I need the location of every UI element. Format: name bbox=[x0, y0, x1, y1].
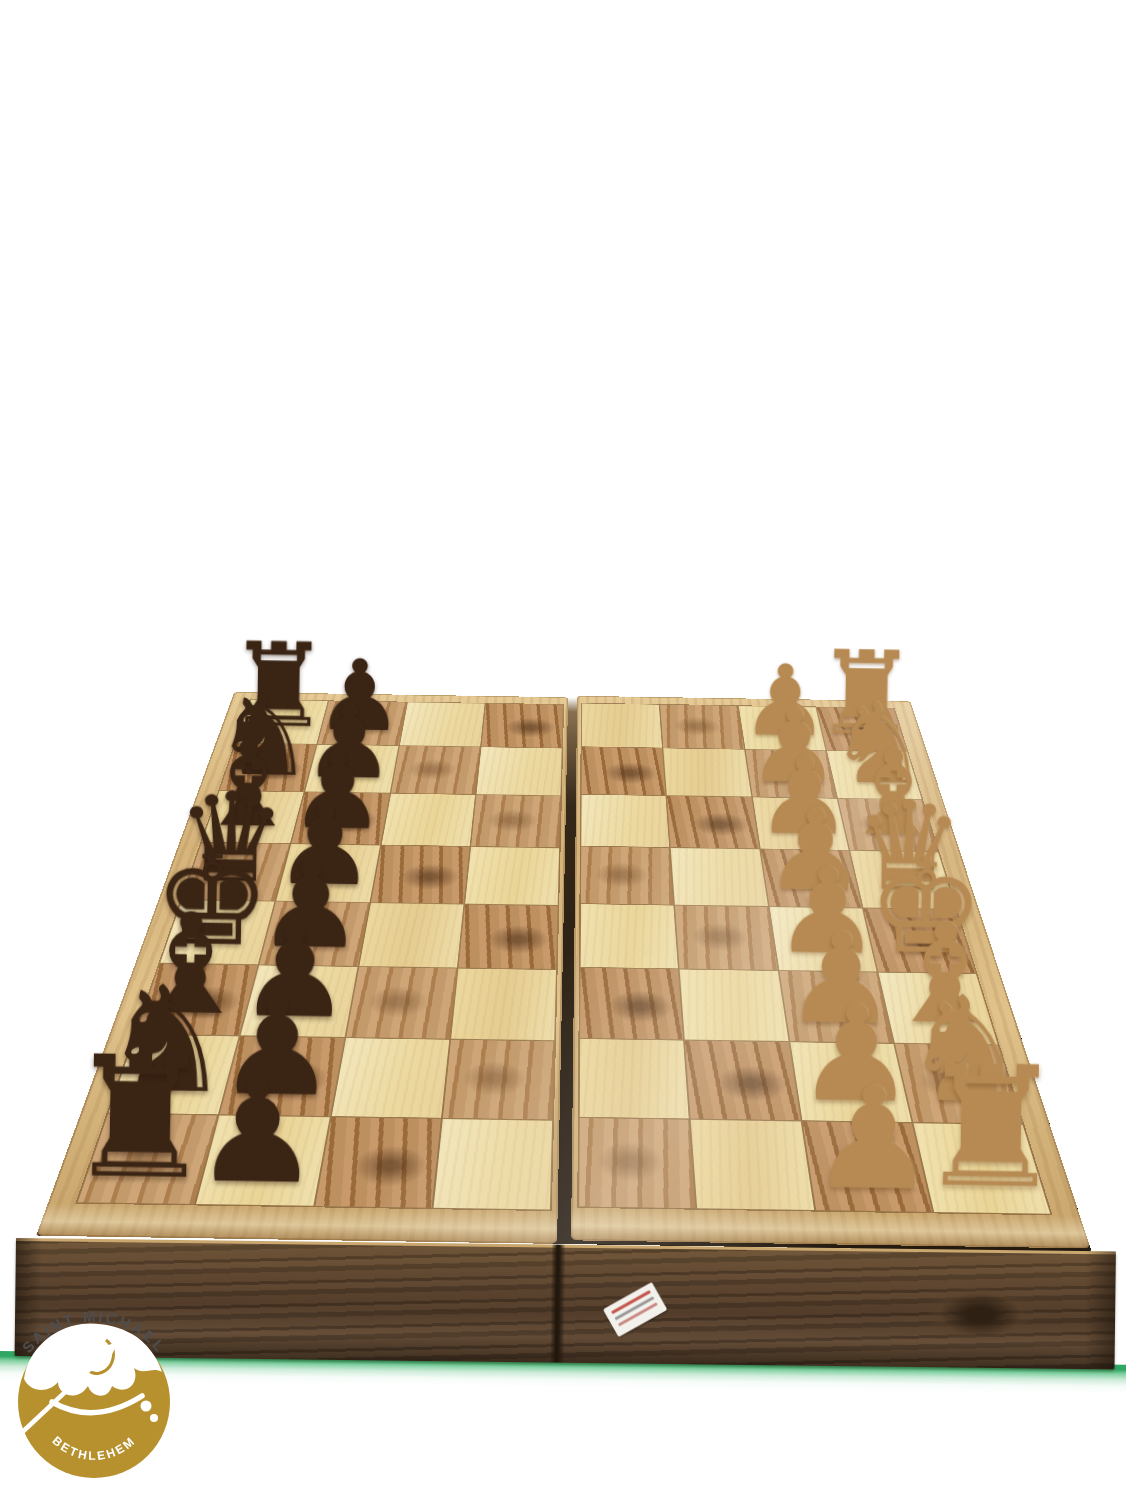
board-half-left: ♜♟♞♟♝♟♛♟♚♟♝♟♞♟♜♟ bbox=[36, 692, 568, 1244]
square-h7[interactable]: ♟ bbox=[196, 1116, 329, 1206]
square-e3[interactable] bbox=[675, 906, 777, 970]
square-a6[interactable] bbox=[400, 702, 485, 746]
square-g5[interactable] bbox=[443, 1040, 555, 1120]
square-d6[interactable] bbox=[371, 846, 470, 904]
square-d4[interactable] bbox=[581, 847, 674, 905]
square-e4[interactable] bbox=[581, 904, 678, 968]
square-d5[interactable] bbox=[465, 847, 559, 905]
box-right-edge bbox=[1084, 1251, 1115, 1369]
square-c5[interactable] bbox=[471, 795, 561, 848]
square-h5[interactable] bbox=[433, 1119, 552, 1209]
wood-knot bbox=[905, 1270, 1056, 1352]
white-pawn-h2[interactable]: ♟ bbox=[809, 1072, 938, 1204]
board-half-right: ♟♜♟♞♟♝♟♛♟♚♟♝♟♞♟♜ bbox=[571, 696, 1091, 1249]
square-a4[interactable] bbox=[582, 703, 662, 747]
chess-board: ♜♟♞♟♝♟♛♟♚♟♝♟♞♟♜♟ ♟♜♟♞♟♝♟♛♟♚♟♝♟♞♟♜ bbox=[36, 692, 1092, 1252]
square-f3[interactable] bbox=[680, 969, 788, 1040]
square-g4[interactable] bbox=[580, 1039, 689, 1119]
square-b4[interactable] bbox=[582, 747, 666, 795]
black-pawn-h7[interactable]: ♟ bbox=[193, 1066, 322, 1199]
board-grid-right: ♟♜♟♞♟♝♟♛♟♚♟♝♟♞♟♜ bbox=[579, 703, 1050, 1213]
square-c6[interactable] bbox=[381, 793, 475, 846]
square-h3[interactable] bbox=[691, 1120, 814, 1210]
box-hinge-seam bbox=[551, 1245, 565, 1363]
square-b3[interactable] bbox=[664, 748, 751, 796]
board-grid-left: ♜♟♞♟♝♟♛♟♚♟♝♟♞♟♜♟ bbox=[78, 700, 563, 1210]
square-h6[interactable] bbox=[315, 1117, 441, 1207]
white-rook-h1[interactable]: ♜ bbox=[915, 1051, 1067, 1207]
price-sticker bbox=[603, 1282, 667, 1337]
square-h2[interactable]: ♟ bbox=[802, 1122, 932, 1212]
square-e6[interactable] bbox=[359, 903, 463, 967]
square-b5[interactable] bbox=[476, 747, 561, 795]
square-e5[interactable] bbox=[458, 905, 557, 969]
square-a5[interactable] bbox=[481, 704, 562, 748]
square-f6[interactable] bbox=[346, 967, 457, 1039]
product-photo: ♜♟♞♟♝♟♛♟♚♟♝♟♞♟♜♟ ♟♜♟♞♟♝♟♛♟♚♟♝♟♞♟♜ SAINT … bbox=[0, 0, 1126, 1500]
square-b6[interactable] bbox=[391, 746, 480, 794]
square-f4[interactable] bbox=[580, 968, 683, 1039]
square-f5[interactable] bbox=[451, 968, 556, 1040]
square-d3[interactable] bbox=[671, 848, 768, 906]
square-g6[interactable] bbox=[331, 1038, 449, 1118]
square-h4[interactable] bbox=[579, 1118, 695, 1208]
square-a3[interactable] bbox=[660, 705, 743, 749]
square-c4[interactable] bbox=[581, 794, 669, 847]
store-logo: SAINT MICHAEL STORE BETHLEHEM bbox=[0, 1284, 194, 1500]
board-frame: ♜♟♞♟♝♟♛♟♚♟♝♟♞♟♜♟ ♟♜♟♞♟♝♟♛♟♚♟♝♟♞♟♜ bbox=[36, 692, 1092, 1252]
square-c3[interactable] bbox=[667, 796, 759, 849]
square-g3[interactable] bbox=[685, 1040, 800, 1120]
